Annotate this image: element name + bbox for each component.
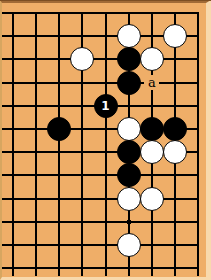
stone-black bbox=[117, 71, 141, 95]
stone-black bbox=[117, 47, 141, 71]
stone-white bbox=[140, 187, 164, 211]
grid-line-horizontal bbox=[2, 267, 199, 269]
stone-white bbox=[117, 24, 141, 48]
stone-black: 1 bbox=[94, 94, 118, 118]
grid-line-vertical bbox=[105, 12, 107, 276]
grid-line-vertical bbox=[35, 12, 37, 276]
grid-line-horizontal bbox=[2, 12, 199, 14]
stone-white bbox=[140, 47, 164, 71]
stone-white bbox=[140, 140, 164, 164]
grid-line-horizontal bbox=[2, 82, 199, 84]
stone-white bbox=[117, 117, 141, 141]
stone-white bbox=[70, 47, 94, 71]
stone-white bbox=[163, 140, 187, 164]
move-number-label: 1 bbox=[101, 99, 109, 111]
grid-line-horizontal bbox=[2, 174, 199, 176]
go-diagram: a1 bbox=[0, 0, 211, 280]
point-label-a: a bbox=[144, 75, 159, 90]
stone-white bbox=[163, 24, 187, 48]
stone-black bbox=[140, 117, 164, 141]
stone-white bbox=[117, 187, 141, 211]
grid-line-horizontal bbox=[2, 198, 199, 200]
grid-line-vertical bbox=[197, 12, 199, 276]
stone-black bbox=[117, 163, 141, 187]
go-board: a1 bbox=[0, 0, 211, 280]
grid-line-vertical bbox=[12, 12, 14, 276]
star-point-marker bbox=[127, 220, 131, 224]
grid-line-vertical bbox=[58, 12, 60, 276]
stone-black bbox=[163, 117, 187, 141]
grid-line-horizontal bbox=[2, 58, 199, 60]
stone-white bbox=[117, 233, 141, 257]
stone-black bbox=[47, 117, 71, 141]
grid-line-horizontal bbox=[2, 244, 199, 246]
grid-line-horizontal bbox=[2, 221, 199, 223]
stone-black bbox=[117, 140, 141, 164]
